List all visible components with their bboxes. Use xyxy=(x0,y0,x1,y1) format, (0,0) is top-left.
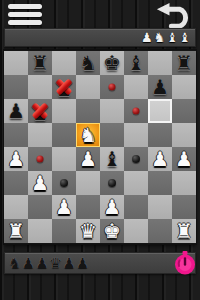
square-g4[interactable]: ♟ xyxy=(148,147,172,171)
piece-wP-h4[interactable]: ♟ xyxy=(172,147,196,171)
captured-piece-wB: ♝ xyxy=(166,31,178,44)
undo-button[interactable] xyxy=(154,2,194,29)
square-a3[interactable] xyxy=(4,171,28,195)
captured-piece-bP: ♟ xyxy=(63,256,76,270)
square-c7[interactable]: ♟ xyxy=(52,75,76,99)
square-b2[interactable] xyxy=(28,195,52,219)
captured-pieces-tray-bottom: ♞♟♟♛♟♟ xyxy=(4,252,196,274)
square-c5[interactable] xyxy=(52,123,76,147)
move-dot-red-icon xyxy=(133,108,140,115)
square-f5[interactable] xyxy=(124,123,148,147)
chess-board[interactable]: ♜♞♚♝♜♟♟♟♟♞♟♟♝♟♟♟♟♟♜♛♚♜ xyxy=(4,50,196,244)
piece-wR-h1[interactable]: ♜ xyxy=(172,219,196,243)
piece-bB-f8[interactable]: ♝ xyxy=(124,51,148,75)
square-g5[interactable] xyxy=(148,123,172,147)
move-dot-red-icon xyxy=(37,156,44,163)
square-b6[interactable]: ♟ xyxy=(28,99,52,123)
square-h3[interactable] xyxy=(172,171,196,195)
square-b7[interactable] xyxy=(28,75,52,99)
square-d8[interactable]: ♞ xyxy=(76,51,100,75)
move-dot-red-icon xyxy=(109,84,116,91)
piece-wN-d5[interactable]: ♞ xyxy=(76,123,100,147)
square-f4[interactable] xyxy=(124,147,148,171)
square-b4[interactable] xyxy=(28,147,52,171)
square-f1[interactable] xyxy=(124,219,148,243)
capture-mark-icon xyxy=(52,75,76,99)
piece-wP-b3[interactable]: ♟ xyxy=(28,171,52,195)
square-d3[interactable] xyxy=(76,171,100,195)
square-h6[interactable] xyxy=(172,99,196,123)
top-bar xyxy=(0,0,200,28)
square-b3[interactable]: ♟ xyxy=(28,171,52,195)
capture-mark-icon xyxy=(28,99,52,123)
chess-app-screen: ♟♞♝♝ ♜♞♚♝♜♟♟♟♟♞♟♟♝♟♟♟♟♟♜♛♚♜ ♞♟♟♛♟♟ xyxy=(0,0,200,300)
square-b8[interactable]: ♜ xyxy=(28,51,52,75)
square-b5[interactable] xyxy=(28,123,52,147)
square-f6[interactable] xyxy=(124,99,148,123)
square-d7[interactable] xyxy=(76,75,100,99)
square-c4[interactable] xyxy=(52,147,76,171)
square-g6[interactable] xyxy=(148,99,172,123)
square-f3[interactable] xyxy=(124,171,148,195)
square-d2[interactable] xyxy=(76,195,100,219)
square-c1[interactable] xyxy=(52,219,76,243)
square-d1[interactable]: ♛ xyxy=(76,219,100,243)
stopwatch-icon xyxy=(174,251,196,275)
captured-pieces-tray-top: ♟♞♝♝ xyxy=(4,28,196,47)
square-f2[interactable] xyxy=(124,195,148,219)
square-e1[interactable]: ♚ xyxy=(100,219,124,243)
square-c8[interactable] xyxy=(52,51,76,75)
square-g8[interactable] xyxy=(148,51,172,75)
captured-piece-wP: ♟ xyxy=(141,31,153,44)
captured-piece-bP: ♟ xyxy=(76,256,89,270)
piece-wQ-d1[interactable]: ♛ xyxy=(76,219,100,243)
square-a8[interactable] xyxy=(4,51,28,75)
timer-button[interactable] xyxy=(174,251,196,275)
square-d5[interactable]: ♞ xyxy=(76,123,100,147)
captured-piece-bP: ♟ xyxy=(22,256,35,270)
square-a7[interactable] xyxy=(4,75,28,99)
square-e3[interactable] xyxy=(100,171,124,195)
square-b1[interactable] xyxy=(28,219,52,243)
piece-wK-e1[interactable]: ♚ xyxy=(100,219,124,243)
square-c3[interactable] xyxy=(52,171,76,195)
square-a4[interactable]: ♟ xyxy=(4,147,28,171)
move-dot-black-icon xyxy=(132,155,140,163)
square-f7[interactable] xyxy=(124,75,148,99)
square-g2[interactable] xyxy=(148,195,172,219)
move-dot-black-icon xyxy=(60,179,68,187)
captured-piece-bP: ♟ xyxy=(36,256,49,270)
square-a6[interactable]: ♟ xyxy=(4,99,28,123)
piece-wP-c2[interactable]: ♟ xyxy=(52,195,76,219)
piece-wP-g4[interactable]: ♟ xyxy=(148,147,172,171)
square-a1[interactable]: ♜ xyxy=(4,219,28,243)
captured-piece-bQ: ♛ xyxy=(49,256,62,270)
square-e4[interactable]: ♝ xyxy=(100,147,124,171)
square-e8[interactable]: ♚ xyxy=(100,51,124,75)
square-e2[interactable]: ♟ xyxy=(100,195,124,219)
square-f8[interactable]: ♝ xyxy=(124,51,148,75)
piece-bB-e4[interactable]: ♝ xyxy=(100,147,124,171)
piece-wP-e2[interactable]: ♟ xyxy=(100,195,124,219)
square-a2[interactable] xyxy=(4,195,28,219)
square-h4[interactable]: ♟ xyxy=(172,147,196,171)
square-h1[interactable]: ♜ xyxy=(172,219,196,243)
piece-wP-d4[interactable]: ♟ xyxy=(76,147,100,171)
square-h8[interactable]: ♜ xyxy=(172,51,196,75)
square-d4[interactable]: ♟ xyxy=(76,147,100,171)
move-dot-black-icon xyxy=(108,179,116,187)
piece-bR-b8[interactable]: ♜ xyxy=(28,51,52,75)
captured-piece-bN: ♞ xyxy=(9,256,22,270)
piece-bR-h8[interactable]: ♜ xyxy=(172,51,196,75)
piece-bP-g7[interactable]: ♟ xyxy=(148,75,172,99)
square-h5[interactable] xyxy=(172,123,196,147)
square-g1[interactable] xyxy=(148,219,172,243)
piece-bN-d8[interactable]: ♞ xyxy=(76,51,100,75)
captured-piece-wN: ♞ xyxy=(154,31,166,44)
captured-piece-wB: ♝ xyxy=(179,31,191,44)
hamburger-icon xyxy=(8,4,42,9)
piece-wP-a4[interactable]: ♟ xyxy=(4,147,28,171)
square-c6[interactable] xyxy=(52,99,76,123)
square-c2[interactable]: ♟ xyxy=(52,195,76,219)
piece-wR-a1[interactable]: ♜ xyxy=(4,219,28,243)
undo-arrow-icon xyxy=(154,2,194,29)
square-a5[interactable] xyxy=(4,123,28,147)
square-d6[interactable] xyxy=(76,99,100,123)
piece-bP-a6[interactable]: ♟ xyxy=(4,99,28,123)
square-e7[interactable] xyxy=(100,75,124,99)
square-e6[interactable] xyxy=(100,99,124,123)
square-e5[interactable] xyxy=(100,123,124,147)
square-g7[interactable]: ♟ xyxy=(148,75,172,99)
square-h7[interactable] xyxy=(172,75,196,99)
menu-button[interactable] xyxy=(8,4,44,26)
square-g3[interactable] xyxy=(148,171,172,195)
piece-bK-e8[interactable]: ♚ xyxy=(100,51,124,75)
square-h2[interactable] xyxy=(172,195,196,219)
